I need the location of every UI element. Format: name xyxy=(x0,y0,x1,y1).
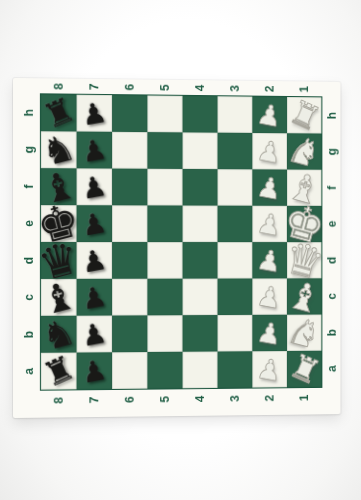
square-d8: ♛ xyxy=(41,242,77,279)
square-g7: ♟ xyxy=(77,132,113,169)
black-pawn-d7: ♟ xyxy=(79,244,109,276)
square-c6 xyxy=(112,279,147,316)
square-b6 xyxy=(112,315,147,352)
square-b5 xyxy=(147,315,182,352)
black-pawn-h7: ♟ xyxy=(79,97,109,129)
white-rook-a1: ♜ xyxy=(285,348,324,390)
square-a8: ♜ xyxy=(41,353,77,390)
rank-top-label-5: 5 xyxy=(157,70,173,106)
square-d3 xyxy=(218,242,253,278)
white-pawn-c2: ♟ xyxy=(255,281,284,313)
square-a7: ♟ xyxy=(77,352,113,389)
square-h8: ♜ xyxy=(41,94,77,131)
photo-scene: 87654321 87654321 hgfedcba hgfedcba ♜♟♟♜… xyxy=(0,0,361,500)
square-a1: ♜ xyxy=(287,351,321,388)
square-f5 xyxy=(147,169,182,206)
rank-bottom-label-3: 3 xyxy=(225,381,244,417)
square-d4 xyxy=(183,242,218,279)
square-g1: ♞ xyxy=(287,133,321,169)
black-pawn-b7: ♟ xyxy=(79,318,109,350)
square-b8: ♞ xyxy=(41,316,77,353)
rank-top-label-4: 4 xyxy=(192,70,208,106)
rank-labels-bottom: 87654321 xyxy=(41,388,322,411)
square-g6 xyxy=(112,132,147,169)
square-c8: ♝ xyxy=(41,279,77,316)
square-f6 xyxy=(112,169,147,206)
square-c3 xyxy=(218,278,253,315)
chess-mat: 87654321 87654321 hgfedcba hgfedcba ♜♟♟♜… xyxy=(13,78,341,418)
square-b3 xyxy=(218,315,253,352)
square-f3 xyxy=(218,169,253,206)
square-c5 xyxy=(147,279,182,316)
rank-labels-top: 87654321 xyxy=(41,78,322,97)
square-f7: ♟ xyxy=(77,168,113,205)
square-f4 xyxy=(183,169,218,206)
rank-bottom-label-4: 4 xyxy=(190,381,209,417)
white-pawn-d2: ♟ xyxy=(255,244,284,276)
black-rook-a8: ♜ xyxy=(38,350,79,393)
square-e3 xyxy=(218,206,253,242)
square-h7: ♟ xyxy=(77,95,113,132)
square-c4 xyxy=(183,279,218,316)
white-pawn-h2: ♟ xyxy=(255,99,284,131)
square-g5 xyxy=(147,132,182,169)
square-b7: ♟ xyxy=(77,316,113,353)
square-c2: ♟ xyxy=(252,278,287,314)
square-f2: ♟ xyxy=(252,169,287,205)
square-e5 xyxy=(147,205,182,242)
black-pawn-c7: ♟ xyxy=(79,281,109,313)
rank-bottom-label-5: 5 xyxy=(155,381,175,417)
rank-bottom-label-6: 6 xyxy=(120,382,140,418)
square-a2: ♟ xyxy=(252,351,287,388)
square-b4 xyxy=(183,315,218,352)
rank-top-label-3: 3 xyxy=(227,71,242,107)
square-d1: ♛ xyxy=(287,242,321,278)
square-b2: ♟ xyxy=(252,315,287,352)
square-c7: ♟ xyxy=(77,279,113,316)
square-d5 xyxy=(147,242,182,279)
square-g2: ♟ xyxy=(252,133,287,170)
square-g3 xyxy=(218,133,253,170)
square-d6 xyxy=(112,242,147,279)
white-pawn-f2: ♟ xyxy=(255,172,284,204)
black-pawn-e7: ♟ xyxy=(79,208,109,240)
square-e6 xyxy=(112,205,147,242)
black-pawn-f7: ♟ xyxy=(79,171,109,203)
white-pawn-g2: ♟ xyxy=(255,135,284,167)
rank-top-label-6: 6 xyxy=(122,69,138,105)
square-h2: ♟ xyxy=(252,97,287,134)
black-pawn-a7: ♟ xyxy=(79,355,109,387)
white-pawn-b2: ♟ xyxy=(255,317,284,349)
black-pawn-g7: ♟ xyxy=(79,134,109,166)
board-grid: ♜♟♟♜♞♟♟♞♝♟♟♝♚♟♟♚♛♟♟♛♝♟♟♝♞♟♟♞♜♟♟♜ xyxy=(41,94,322,389)
square-g8: ♞ xyxy=(41,131,77,168)
white-pawn-a2: ♟ xyxy=(255,353,284,385)
square-g4 xyxy=(183,132,218,169)
square-b1: ♞ xyxy=(287,315,321,351)
square-e4 xyxy=(183,206,218,243)
